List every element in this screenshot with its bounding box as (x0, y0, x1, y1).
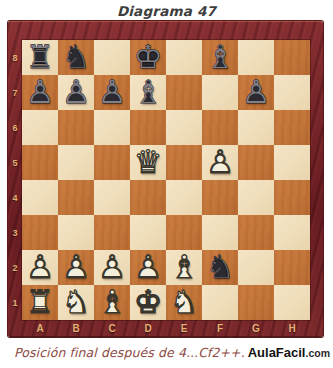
square-b5 (58, 145, 94, 180)
square-e8 (166, 40, 202, 75)
white-pawn-b2: ♟♙ (58, 250, 94, 285)
queen-glyph-outline: ♕ (130, 145, 166, 180)
square-b2: ♟♙ (58, 250, 94, 285)
square-b8: ♞♘ (58, 40, 94, 75)
king-glyph-outline: ♔ (130, 40, 166, 75)
white-pawn-f5: ♟♙ (202, 145, 238, 180)
square-f2: ♞♘ (202, 250, 238, 285)
rank-label-8: 8 (8, 40, 22, 75)
square-d2: ♟♙ (130, 250, 166, 285)
square-d1: ♚♔ (130, 285, 166, 320)
square-h4 (274, 180, 310, 215)
white-pawn-c2: ♟♙ (94, 250, 130, 285)
square-f5: ♟♙ (202, 145, 238, 180)
rank-label-1: 1 (8, 285, 22, 320)
black-pawn-g7: ♟♙ (238, 75, 274, 110)
square-b3 (58, 215, 94, 250)
square-e3 (166, 215, 202, 250)
square-c8 (94, 40, 130, 75)
square-c6 (94, 110, 130, 145)
rank-label-3: 3 (8, 215, 22, 250)
square-b1: ♞♘ (58, 285, 94, 320)
square-c2: ♟♙ (94, 250, 130, 285)
brand-name: AulaFacil (248, 345, 306, 360)
pawn-glyph-outline: ♙ (22, 250, 58, 285)
square-a6 (22, 110, 58, 145)
square-f6 (202, 110, 238, 145)
white-knight-e1: ♞♘ (166, 285, 202, 320)
move-caption: Posición final después de 4...Cf2++. (14, 345, 245, 360)
file-label-e: E (166, 320, 202, 337)
king-glyph-outline: ♔ (130, 285, 166, 320)
square-a7: ♟♙ (22, 75, 58, 110)
rank-labels: 87654321 (8, 40, 22, 320)
chess-board: ♜♖♞♘♚♔♝♗♟♙♟♙♟♙♝♗♟♙♛♕♟♙♟♙♟♙♟♙♟♙♝♗♞♘♜♖♞♘♝♗… (22, 40, 310, 320)
square-h3 (274, 215, 310, 250)
file-label-f: F (202, 320, 238, 337)
knight-glyph-outline: ♘ (202, 250, 238, 285)
knight-glyph-outline: ♘ (58, 285, 94, 320)
file-label-b: B (58, 320, 94, 337)
square-a2: ♟♙ (22, 250, 58, 285)
white-bishop-e2: ♝♗ (166, 250, 202, 285)
brand-tld: .com (305, 347, 330, 359)
square-d3 (130, 215, 166, 250)
square-g5 (238, 145, 274, 180)
square-g2 (238, 250, 274, 285)
square-f3 (202, 215, 238, 250)
bishop-glyph-outline: ♗ (166, 250, 202, 285)
diagram-page: Diagrama 47 87654321 ♜♖♞♘♚♔♝♗♟♙♟♙♟♙♝♗♟♙♛… (0, 3, 333, 368)
caption-row: Posición final después de 4...Cf2++. Aul… (0, 343, 333, 361)
square-e7 (166, 75, 202, 110)
rook-glyph-outline: ♖ (22, 40, 58, 75)
pawn-glyph-outline: ♙ (58, 75, 94, 110)
square-d8: ♚♔ (130, 40, 166, 75)
square-d7: ♝♗ (130, 75, 166, 110)
square-c5 (94, 145, 130, 180)
rank-label-6: 6 (8, 110, 22, 145)
pawn-glyph-outline: ♙ (238, 75, 274, 110)
file-label-g: G (238, 320, 274, 337)
knight-glyph-outline: ♘ (166, 285, 202, 320)
black-knight-b8: ♞♘ (58, 40, 94, 75)
white-rook-a1: ♜♖ (22, 285, 58, 320)
white-pawn-a2: ♟♙ (22, 250, 58, 285)
file-label-d: D (130, 320, 166, 337)
square-a3 (22, 215, 58, 250)
square-h7 (274, 75, 310, 110)
square-c1: ♝♗ (94, 285, 130, 320)
square-b4 (58, 180, 94, 215)
square-f7 (202, 75, 238, 110)
black-king-d8: ♚♔ (130, 40, 166, 75)
square-c4 (94, 180, 130, 215)
square-e4 (166, 180, 202, 215)
brand-logo: AulaFacil.com (248, 343, 330, 361)
knight-glyph-outline: ♘ (58, 40, 94, 75)
pawn-glyph-outline: ♙ (94, 250, 130, 285)
square-h1 (274, 285, 310, 320)
file-label-c: C (94, 320, 130, 337)
square-c7: ♟♙ (94, 75, 130, 110)
square-e2: ♝♗ (166, 250, 202, 285)
rank-label-2: 2 (8, 250, 22, 285)
square-h5 (274, 145, 310, 180)
black-knight-f2: ♞♘ (202, 250, 238, 285)
white-queen-d5: ♛♕ (130, 145, 166, 180)
square-g7: ♟♙ (238, 75, 274, 110)
white-knight-b1: ♞♘ (58, 285, 94, 320)
rank-label-7: 7 (8, 75, 22, 110)
square-d6 (130, 110, 166, 145)
square-g8 (238, 40, 274, 75)
bishop-glyph-outline: ♗ (94, 285, 130, 320)
square-g1 (238, 285, 274, 320)
square-b6 (58, 110, 94, 145)
square-a4 (22, 180, 58, 215)
square-e5 (166, 145, 202, 180)
square-h6 (274, 110, 310, 145)
square-e6 (166, 110, 202, 145)
file-labels: ABCDEFGH (22, 320, 310, 337)
square-g6 (238, 110, 274, 145)
square-b7: ♟♙ (58, 75, 94, 110)
black-pawn-c7: ♟♙ (94, 75, 130, 110)
square-a8: ♜♖ (22, 40, 58, 75)
square-a5 (22, 145, 58, 180)
file-label-a: A (22, 320, 58, 337)
square-h8 (274, 40, 310, 75)
square-e1: ♞♘ (166, 285, 202, 320)
black-bishop-f8: ♝♗ (202, 40, 238, 75)
pawn-glyph-outline: ♙ (94, 75, 130, 110)
square-d5: ♛♕ (130, 145, 166, 180)
rank-label-5: 5 (8, 145, 22, 180)
white-bishop-c1: ♝♗ (94, 285, 130, 320)
white-pawn-d2: ♟♙ (130, 250, 166, 285)
bishop-glyph-outline: ♗ (202, 40, 238, 75)
pawn-glyph-outline: ♙ (58, 250, 94, 285)
square-d4 (130, 180, 166, 215)
bishop-glyph-outline: ♗ (130, 75, 166, 110)
white-king-d1: ♚♔ (130, 285, 166, 320)
square-h2 (274, 250, 310, 285)
square-c3 (94, 215, 130, 250)
black-pawn-a7: ♟♙ (22, 75, 58, 110)
pawn-glyph-outline: ♙ (22, 75, 58, 110)
diagram-title: Diagrama 47 (0, 3, 333, 19)
rook-glyph-outline: ♖ (22, 285, 58, 320)
black-pawn-b7: ♟♙ (58, 75, 94, 110)
chess-board-frame: 87654321 ♜♖♞♘♚♔♝♗♟♙♟♙♟♙♝♗♟♙♛♕♟♙♟♙♟♙♟♙♟♙♝… (8, 21, 323, 337)
black-bishop-d7: ♝♗ (130, 75, 166, 110)
black-rook-a8: ♜♖ (22, 40, 58, 75)
square-g4 (238, 180, 274, 215)
square-g3 (238, 215, 274, 250)
square-f4 (202, 180, 238, 215)
square-f1 (202, 285, 238, 320)
square-f8: ♝♗ (202, 40, 238, 75)
pawn-glyph-outline: ♙ (130, 250, 166, 285)
rank-label-4: 4 (8, 180, 22, 215)
pawn-glyph-outline: ♙ (202, 145, 238, 180)
file-label-h: H (274, 320, 310, 337)
square-a1: ♜♖ (22, 285, 58, 320)
